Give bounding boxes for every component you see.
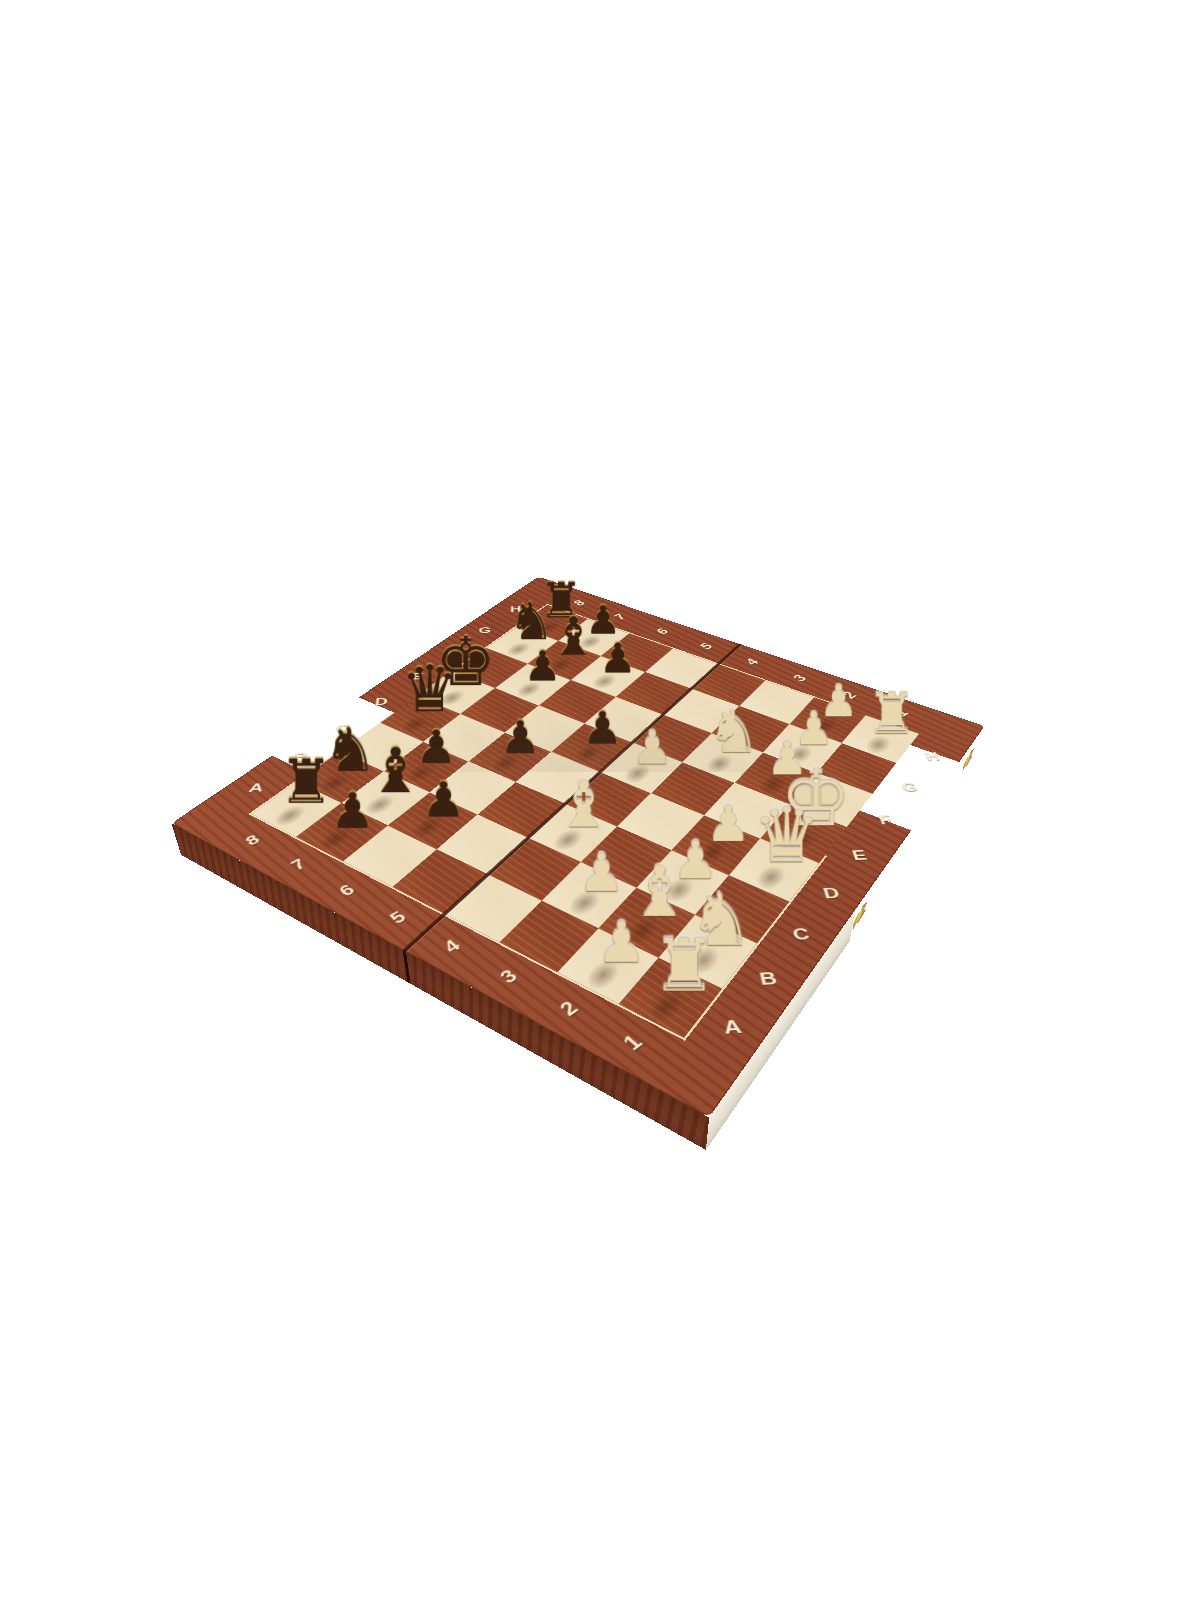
- rank-label-left-7: 7: [280, 852, 317, 877]
- chess-board: ♜♞♛♚♞♜♟♝♟♟♝♟♟♟♟♟♝♟♟♞♟♝♟♟♟♟♟♜♞♛♚♜ AABBCCD…: [172, 577, 985, 1118]
- file-label-bottom-d: D: [815, 883, 848, 903]
- pawn-glyph: ♟: [310, 786, 396, 835]
- file-label-bottom-a: A: [715, 1014, 750, 1040]
- rook-glyph: ♜: [634, 929, 734, 1002]
- rank-label-left-2: 2: [548, 992, 591, 1025]
- queen-glyph: ♛: [742, 798, 831, 874]
- file-label-bottom-b: B: [751, 967, 786, 991]
- rank-label-left-1: 1: [611, 1025, 655, 1060]
- fold-seam-side: [402, 950, 410, 984]
- rank-label-right-6: 6: [648, 624, 677, 639]
- brass-clasp-icon[interactable]: [961, 744, 975, 774]
- file-label-bottom-f: F: [870, 811, 902, 829]
- file-label-bottom-e: E: [843, 846, 875, 865]
- rank-label-left-3: 3: [488, 961, 529, 992]
- file-label-bottom-c: C: [784, 923, 818, 945]
- rank-label-right-5: 5: [692, 639, 721, 654]
- pawn-glyph: ♟: [401, 775, 486, 824]
- product-photo-page: { "game": "chess", "scene": "folding mah…: [0, 0, 1200, 1600]
- rank-label-left-4: 4: [432, 932, 472, 962]
- rank-label-left-5: 5: [379, 904, 418, 932]
- file-label-bottom-g: G: [894, 779, 925, 795]
- rank-label-left-8: 8: [235, 828, 271, 852]
- bishop-glyph: ♝: [541, 772, 627, 836]
- rank-label-left-6: 6: [328, 877, 366, 904]
